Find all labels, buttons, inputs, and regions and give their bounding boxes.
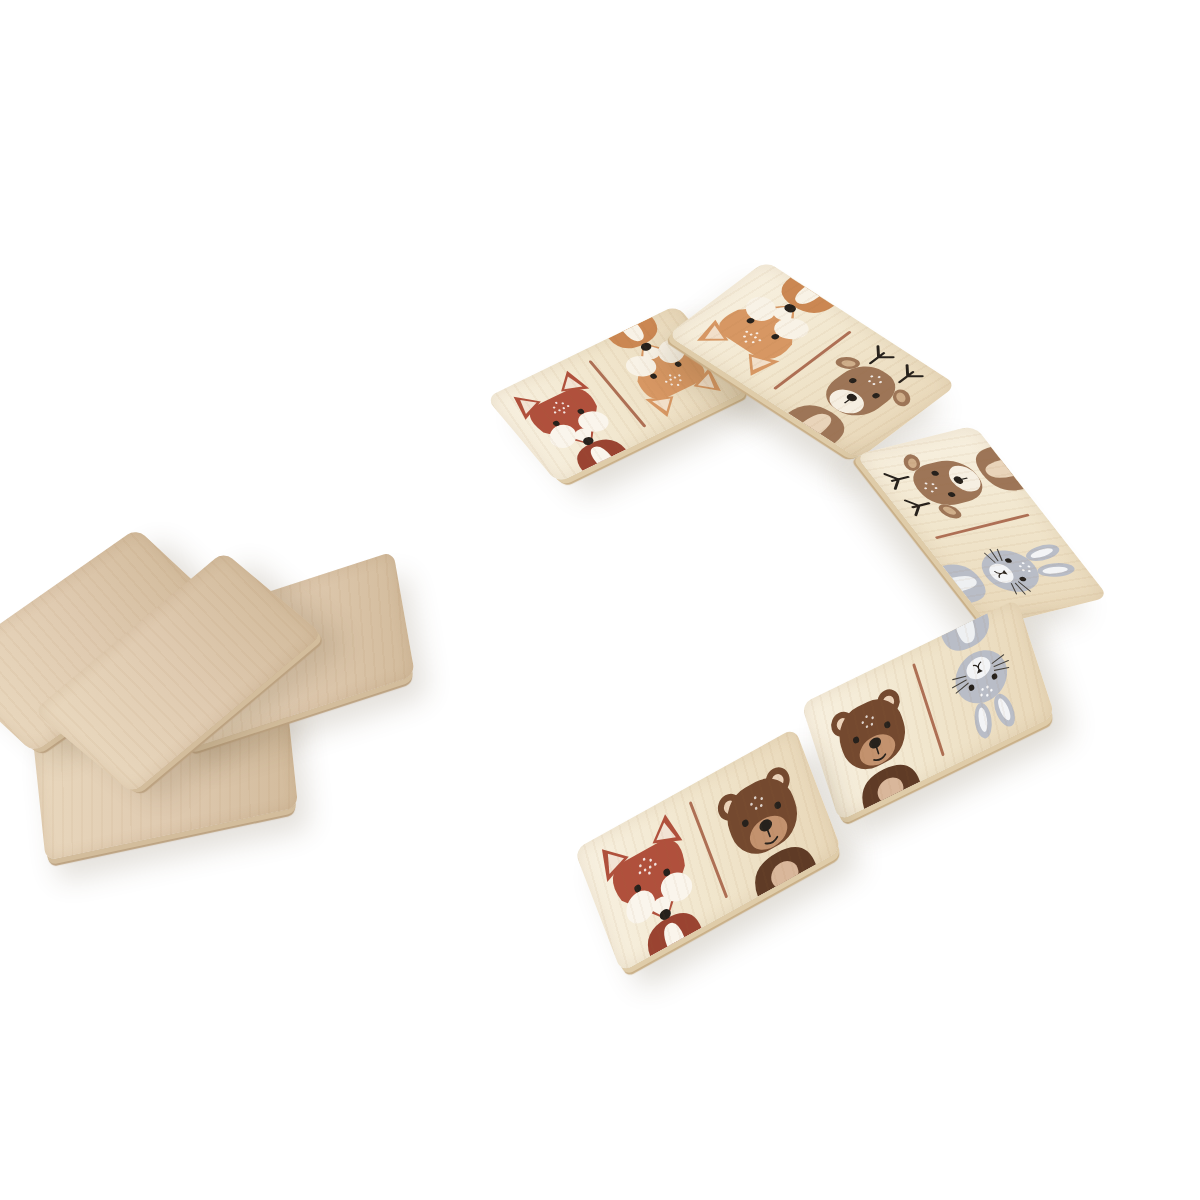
deer-face-icon: [871, 434, 1033, 528]
domino-fox-red--bear[interactable]: [574, 728, 841, 973]
board: [0, 0, 1200, 1200]
domino-deer--rabbit[interactable]: [855, 425, 1108, 626]
bear-face-icon: [815, 666, 935, 816]
domino-bear--rabbit[interactable]: [801, 599, 1055, 821]
rabbit-face-icon: [921, 604, 1041, 754]
domino-fox-orange--deer[interactable]: [667, 261, 957, 459]
